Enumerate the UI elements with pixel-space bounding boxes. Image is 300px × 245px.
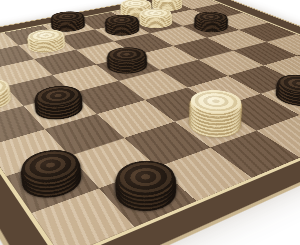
board-squares xyxy=(0,0,300,245)
dark-checker[interactable] xyxy=(29,96,91,126)
dark-checker[interactable] xyxy=(106,171,189,222)
checkers-photo-stage xyxy=(0,0,300,245)
checkers-board xyxy=(0,0,300,245)
dark-checker[interactable] xyxy=(101,57,155,79)
board-inner-frame xyxy=(0,0,300,245)
light-checker[interactable] xyxy=(23,39,71,58)
